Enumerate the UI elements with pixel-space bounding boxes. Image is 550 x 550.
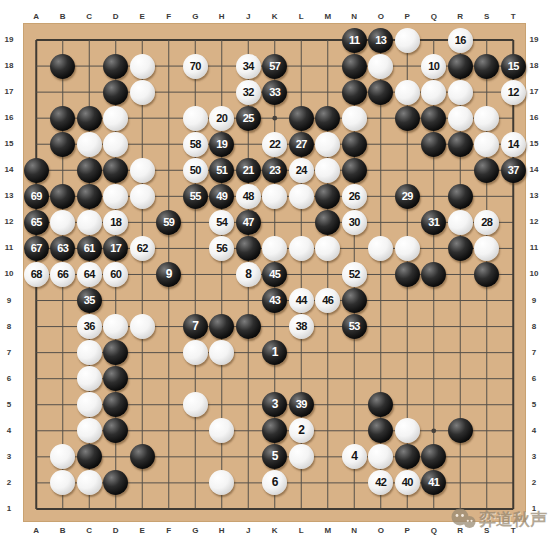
black-stone-F10[interactable]: 9: [156, 262, 181, 287]
intersection-Q16: [421, 105, 448, 131]
black-stone-C3[interactable]: [77, 444, 102, 469]
row-label-right-10: 10: [525, 269, 543, 279]
intersection-K9: 43: [262, 287, 289, 313]
move-number: 2: [298, 418, 304, 443]
white-stone-R17[interactable]: [448, 80, 473, 105]
black-stone-R4[interactable]: [448, 418, 473, 443]
black-stone-M12[interactable]: [315, 210, 340, 235]
black-stone-A14[interactable]: [24, 158, 49, 183]
row-label-left-19: 19: [0, 35, 18, 45]
white-stone-P11[interactable]: [395, 236, 420, 261]
black-stone-R15[interactable]: [448, 132, 473, 157]
white-stone-O11[interactable]: [368, 236, 393, 261]
white-stone-C8[interactable]: 36: [77, 314, 102, 339]
black-stone-O17[interactable]: [368, 80, 393, 105]
black-stone-K9[interactable]: 43: [262, 288, 287, 313]
intersection-C9: 35: [76, 287, 103, 313]
move-number: 58: [190, 132, 201, 157]
black-stone-H14[interactable]: 51: [209, 158, 234, 183]
black-stone-Q12[interactable]: 31: [421, 210, 446, 235]
intersection-A10: 68: [23, 261, 50, 287]
black-stone-B13[interactable]: [50, 184, 75, 209]
white-stone-G15[interactable]: 58: [183, 132, 208, 157]
move-number: 36: [84, 314, 95, 339]
intersection-O3: [368, 444, 395, 470]
black-stone-A13[interactable]: 69: [24, 184, 49, 209]
column-label-bottom-A: A: [27, 526, 45, 536]
black-stone-B18[interactable]: [50, 54, 75, 79]
intersection-P4: [394, 418, 421, 444]
white-stone-C5[interactable]: [77, 392, 102, 417]
intersection-A14: [23, 157, 50, 183]
column-label-bottom-L: L: [292, 526, 310, 536]
column-label-top-S: S: [478, 12, 496, 22]
white-stone-N12[interactable]: 30: [342, 210, 367, 235]
intersection-L8: 38: [288, 314, 315, 340]
intersection-E18: [129, 53, 156, 79]
black-stone-S14[interactable]: [474, 158, 499, 183]
black-stone-J14[interactable]: 21: [236, 158, 261, 183]
column-label-top-M: M: [319, 12, 337, 22]
intersection-H8: [209, 314, 236, 340]
black-stone-Q15[interactable]: [421, 132, 446, 157]
intersection-B10: 66: [50, 261, 77, 287]
white-stone-T17[interactable]: 12: [501, 80, 526, 105]
black-stone-P10[interactable]: [395, 262, 420, 287]
white-stone-M15[interactable]: [315, 132, 340, 157]
white-stone-D15[interactable]: [103, 132, 128, 157]
white-stone-S12[interactable]: 28: [474, 210, 499, 235]
intersection-C3: [76, 444, 103, 470]
intersection-Q2: 41: [421, 470, 448, 496]
intersection-C13: [76, 183, 103, 209]
white-stone-N10[interactable]: 52: [342, 262, 367, 287]
white-stone-P19[interactable]: [395, 28, 420, 53]
black-stone-B15[interactable]: [50, 132, 75, 157]
black-stone-K7[interactable]: 1: [262, 340, 287, 365]
white-stone-J18[interactable]: 34: [236, 54, 261, 79]
black-stone-L5[interactable]: 39: [289, 392, 314, 417]
intersection-Q17: [421, 79, 448, 105]
white-stone-K2[interactable]: 6: [262, 470, 287, 495]
move-number: 51: [216, 158, 227, 183]
white-stone-B12[interactable]: [50, 210, 75, 235]
black-stone-C16[interactable]: [77, 106, 102, 131]
white-stone-C10[interactable]: 64: [77, 262, 102, 287]
intersection-R19: 16: [447, 27, 474, 53]
black-stone-J12[interactable]: 47: [236, 210, 261, 235]
intersection-K11: [262, 235, 289, 261]
intersection-O11: [368, 235, 395, 261]
white-stone-K13[interactable]: [262, 184, 287, 209]
white-stone-L11[interactable]: [289, 236, 314, 261]
black-stone-E3[interactable]: [130, 444, 155, 469]
white-stone-G14[interactable]: 50: [183, 158, 208, 183]
intersection-L15: 27: [288, 131, 315, 157]
black-stone-H8[interactable]: [209, 314, 234, 339]
white-stone-C7[interactable]: [77, 340, 102, 365]
white-stone-R19[interactable]: 16: [448, 28, 473, 53]
white-stone-Q18[interactable]: 10: [421, 54, 446, 79]
white-stone-T15[interactable]: 14: [501, 132, 526, 157]
white-stone-M14[interactable]: [315, 158, 340, 183]
black-stone-S10[interactable]: [474, 262, 499, 287]
black-stone-O19[interactable]: 13: [368, 28, 393, 53]
white-stone-R16[interactable]: [448, 106, 473, 131]
white-stone-N13[interactable]: 26: [342, 184, 367, 209]
black-stone-K10[interactable]: 45: [262, 262, 287, 287]
intersection-K18: 57: [262, 53, 289, 79]
white-stone-E8[interactable]: [130, 314, 155, 339]
black-stone-A11[interactable]: 67: [24, 236, 49, 261]
intersection-K13: [262, 183, 289, 209]
intersection-F12: 59: [156, 209, 183, 235]
intersection-B11: 63: [50, 235, 77, 261]
intersection-S12: 28: [474, 209, 501, 235]
black-stone-K14[interactable]: 23: [262, 158, 287, 183]
move-number: 26: [349, 184, 360, 209]
white-stone-P4[interactable]: [395, 418, 420, 443]
black-stone-D6[interactable]: [103, 366, 128, 391]
black-stone-C13[interactable]: [77, 184, 102, 209]
black-stone-N15[interactable]: [342, 132, 367, 157]
black-stone-Q10[interactable]: [421, 262, 446, 287]
intersection-C14: [76, 157, 103, 183]
intersection-K10: 45: [262, 261, 289, 287]
white-stone-L4[interactable]: 2: [289, 418, 314, 443]
black-stone-D11[interactable]: 17: [103, 236, 128, 261]
black-stone-D17[interactable]: [103, 80, 128, 105]
move-number: 21: [243, 158, 254, 183]
move-number: 46: [322, 288, 333, 313]
intersection-M14: [315, 157, 342, 183]
intersection-E13: [129, 183, 156, 209]
black-stone-C14[interactable]: [77, 158, 102, 183]
intersection-B18: [50, 53, 77, 79]
black-stone-Q2[interactable]: 41: [421, 470, 446, 495]
column-label-top-T: T: [504, 12, 522, 22]
white-stone-N16[interactable]: [342, 106, 367, 131]
white-stone-L13[interactable]: [289, 184, 314, 209]
intersection-P19: [394, 27, 421, 53]
move-number: 49: [216, 184, 227, 209]
black-stone-N9[interactable]: [342, 288, 367, 313]
white-stone-Q17[interactable]: [421, 80, 446, 105]
white-stone-A10[interactable]: 68: [24, 262, 49, 287]
column-label-top-R: R: [451, 12, 469, 22]
intersection-L4: 2: [288, 418, 315, 444]
black-stone-J16[interactable]: 25: [236, 106, 261, 131]
white-stone-E11[interactable]: 62: [130, 236, 155, 261]
black-stone-C9[interactable]: 35: [77, 288, 102, 313]
black-stone-N14[interactable]: [342, 158, 367, 183]
move-number: 9: [166, 262, 172, 287]
black-stone-L15[interactable]: 27: [289, 132, 314, 157]
intersection-D8: [103, 314, 130, 340]
row-label-right-11: 11: [525, 243, 543, 253]
column-label-top-O: O: [372, 12, 390, 22]
black-stone-G13[interactable]: 55: [183, 184, 208, 209]
black-stone-H13[interactable]: 49: [209, 184, 234, 209]
row-label-left-16: 16: [0, 113, 18, 123]
intersection-H11: 56: [209, 235, 236, 261]
white-stone-R12[interactable]: [448, 210, 473, 235]
intersection-E3: [129, 444, 156, 470]
intersection-B12: [50, 209, 77, 235]
black-stone-B11[interactable]: 63: [50, 236, 75, 261]
row-label-left-15: 15: [0, 139, 18, 149]
column-label-top-L: L: [292, 12, 310, 22]
intersection-H13: 49: [209, 183, 236, 209]
white-stone-O18[interactable]: [368, 54, 393, 79]
black-stone-Q3[interactable]: [421, 444, 446, 469]
intersection-O5: [368, 392, 395, 418]
black-stone-P13[interactable]: 29: [395, 184, 420, 209]
white-stone-D12[interactable]: 18: [103, 210, 128, 235]
white-stone-P2[interactable]: 40: [395, 470, 420, 495]
black-stone-K5[interactable]: 3: [262, 392, 287, 417]
white-stone-E13[interactable]: [130, 184, 155, 209]
black-stone-J11[interactable]: [236, 236, 261, 261]
white-stone-M9[interactable]: 46: [315, 288, 340, 313]
white-stone-C6[interactable]: [77, 366, 102, 391]
move-number: 10: [428, 54, 439, 79]
move-number: 39: [296, 392, 307, 417]
intersection-C10: 64: [76, 261, 103, 287]
white-stone-E14[interactable]: [130, 158, 155, 183]
black-stone-O5[interactable]: [368, 392, 393, 417]
column-label-bottom-P: P: [398, 526, 416, 536]
move-number: 56: [216, 236, 227, 261]
watermark: 弈道秋声: [450, 507, 547, 531]
intersection-S14: [474, 157, 501, 183]
black-stone-M13[interactable]: [315, 184, 340, 209]
move-number: 18: [110, 210, 121, 235]
intersection-D15: [103, 131, 130, 157]
black-stone-K4[interactable]: [262, 418, 287, 443]
row-label-left-2: 2: [0, 478, 18, 488]
intersection-J13: 48: [235, 183, 262, 209]
intersection-D12: 18: [103, 209, 130, 235]
row-label-right-13: 13: [525, 191, 543, 201]
intersection-S11: [474, 235, 501, 261]
move-number: 5: [272, 444, 278, 469]
black-stone-D2[interactable]: [103, 470, 128, 495]
move-number: 29: [402, 184, 413, 209]
black-stone-D4[interactable]: [103, 418, 128, 443]
move-number: 1: [272, 340, 278, 365]
black-stone-J8[interactable]: [236, 314, 261, 339]
white-stone-P17[interactable]: [395, 80, 420, 105]
intersection-P11: [394, 235, 421, 261]
white-stone-C4[interactable]: [77, 418, 102, 443]
intersection-J14: 21: [235, 157, 262, 183]
black-stone-D5[interactable]: [103, 392, 128, 417]
intersection-S15: [474, 131, 501, 157]
black-stone-C11[interactable]: 61: [77, 236, 102, 261]
move-number: 62: [137, 236, 148, 261]
intersection-N14: [341, 157, 368, 183]
intersection-A13: 69: [23, 183, 50, 209]
intersection-M9: 46: [315, 287, 342, 313]
white-stone-B3[interactable]: [50, 444, 75, 469]
black-stone-T14[interactable]: 37: [501, 158, 526, 183]
white-stone-E17[interactable]: [130, 80, 155, 105]
black-stone-H15[interactable]: 19: [209, 132, 234, 157]
move-number: 45: [269, 262, 280, 287]
white-stone-D16[interactable]: [103, 106, 128, 131]
column-label-bottom-G: G: [186, 526, 204, 536]
black-stone-M16[interactable]: [315, 106, 340, 131]
white-stone-D13[interactable]: [103, 184, 128, 209]
black-stone-N17[interactable]: [342, 80, 367, 105]
black-stone-A12[interactable]: 65: [24, 210, 49, 235]
black-stone-D18[interactable]: [103, 54, 128, 79]
intersection-M15: [315, 131, 342, 157]
white-stone-K11[interactable]: [262, 236, 287, 261]
white-stone-H7[interactable]: [209, 340, 234, 365]
black-stone-N8[interactable]: 53: [342, 314, 367, 339]
intersection-R18: [447, 53, 474, 79]
move-number: 23: [269, 158, 280, 183]
black-stone-Q16[interactable]: [421, 106, 446, 131]
black-stone-D14[interactable]: [103, 158, 128, 183]
white-stone-G18[interactable]: 70: [183, 54, 208, 79]
intersection-Q18: 10: [421, 53, 448, 79]
move-number: 12: [508, 80, 519, 105]
intersection-J11: [235, 235, 262, 261]
black-stone-F12[interactable]: 59: [156, 210, 181, 235]
white-stone-L9[interactable]: 44: [289, 288, 314, 313]
intersection-R13: [447, 183, 474, 209]
move-number: 48: [243, 184, 254, 209]
black-stone-L16[interactable]: [289, 106, 314, 131]
move-number: 24: [296, 158, 307, 183]
white-stone-J10[interactable]: 8: [236, 262, 261, 287]
white-stone-S16[interactable]: [474, 106, 499, 131]
white-stone-D8[interactable]: [103, 314, 128, 339]
intersection-K15: 22: [262, 131, 289, 157]
white-stone-L3[interactable]: [289, 444, 314, 469]
white-stone-B10[interactable]: 66: [50, 262, 75, 287]
move-number: 69: [31, 184, 42, 209]
white-stone-D10[interactable]: 60: [103, 262, 128, 287]
white-stone-M11[interactable]: [315, 236, 340, 261]
move-number: 50: [190, 158, 201, 183]
black-stone-D7[interactable]: [103, 340, 128, 365]
move-number: 15: [508, 54, 519, 79]
intersection-B3: [50, 444, 77, 470]
intersection-J12: 47: [235, 209, 262, 235]
intersection-D6: [103, 366, 130, 392]
white-stone-L14[interactable]: 24: [289, 158, 314, 183]
white-stone-L8[interactable]: 38: [289, 314, 314, 339]
black-stone-N18[interactable]: [342, 54, 367, 79]
row-label-left-12: 12: [0, 217, 18, 227]
intersection-A11: 67: [23, 235, 50, 261]
white-stone-S15[interactable]: [474, 132, 499, 157]
white-stone-H4[interactable]: [209, 418, 234, 443]
black-stone-K18[interactable]: 57: [262, 54, 287, 79]
row-label-left-10: 10: [0, 269, 18, 279]
intersection-K5: 3: [262, 392, 289, 418]
column-label-top-P: P: [398, 12, 416, 22]
white-stone-E18[interactable]: [130, 54, 155, 79]
white-stone-H12[interactable]: 54: [209, 210, 234, 235]
row-label-left-14: 14: [0, 165, 18, 175]
white-stone-S11[interactable]: [474, 236, 499, 261]
white-stone-H16[interactable]: 20: [209, 106, 234, 131]
intersection-L16: [288, 105, 315, 131]
intersection-M13: [315, 183, 342, 209]
intersection-K17: 33: [262, 79, 289, 105]
white-stone-G16[interactable]: [183, 106, 208, 131]
white-stone-G7[interactable]: [183, 340, 208, 365]
white-stone-J13[interactable]: 48: [236, 184, 261, 209]
white-stone-O2[interactable]: 42: [368, 470, 393, 495]
black-stone-K17[interactable]: 33: [262, 80, 287, 105]
intersection-T14: 37: [500, 157, 527, 183]
black-stone-K3[interactable]: 5: [262, 444, 287, 469]
intersection-G14: 50: [182, 157, 209, 183]
intersection-D7: [103, 340, 130, 366]
black-stone-S18[interactable]: [474, 54, 499, 79]
black-stone-P16[interactable]: [395, 106, 420, 131]
black-stone-T18[interactable]: 15: [501, 54, 526, 79]
column-label-top-C: C: [80, 12, 98, 22]
row-label-right-17: 17: [525, 87, 543, 97]
intersection-Q3: [421, 444, 448, 470]
white-stone-B2[interactable]: [50, 470, 75, 495]
move-number: 37: [508, 158, 519, 183]
row-label-right-4: 4: [525, 426, 543, 436]
black-stone-B16[interactable]: [50, 106, 75, 131]
intersection-P2: 40: [394, 470, 421, 496]
black-stone-R18[interactable]: [448, 54, 473, 79]
black-stone-P3[interactable]: [395, 444, 420, 469]
black-stone-G8[interactable]: 7: [183, 314, 208, 339]
black-stone-R13[interactable]: [448, 184, 473, 209]
move-number: 31: [428, 210, 439, 235]
white-stone-O3[interactable]: [368, 444, 393, 469]
intersection-J10: 8: [235, 261, 262, 287]
white-stone-G5[interactable]: [183, 392, 208, 417]
intersection-E11: 62: [129, 235, 156, 261]
move-number: 70: [190, 54, 201, 79]
white-stone-N3[interactable]: 4: [342, 444, 367, 469]
row-label-right-12: 12: [525, 217, 543, 227]
column-label-top-K: K: [266, 12, 284, 22]
row-label-right-14: 14: [525, 165, 543, 175]
move-number: 3: [272, 392, 278, 417]
move-number: 61: [84, 236, 95, 261]
white-stone-C12[interactable]: [77, 210, 102, 235]
intersection-M12: [315, 209, 342, 235]
white-stone-J17[interactable]: 32: [236, 80, 261, 105]
row-label-left-9: 9: [0, 296, 18, 306]
column-label-top-J: J: [239, 12, 257, 22]
white-stone-C15[interactable]: [77, 132, 102, 157]
white-stone-C2[interactable]: [77, 470, 102, 495]
white-stone-H11[interactable]: 56: [209, 236, 234, 261]
white-stone-H2[interactable]: [209, 470, 234, 495]
white-stone-K15[interactable]: 22: [262, 132, 287, 157]
intersection-N8: 53: [341, 314, 368, 340]
black-stone-R11[interactable]: [448, 236, 473, 261]
black-stone-O4[interactable]: [368, 418, 393, 443]
black-stone-N19[interactable]: 11: [342, 28, 367, 53]
intersection-L3: [288, 444, 315, 470]
